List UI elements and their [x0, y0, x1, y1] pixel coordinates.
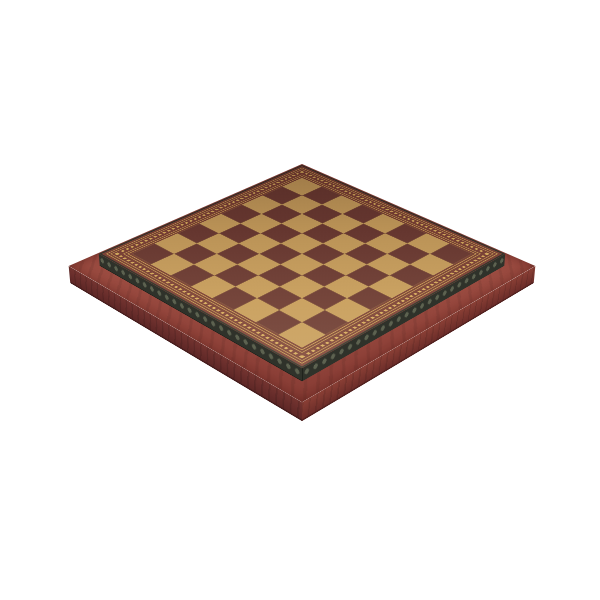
product-photo [0, 0, 600, 600]
square-h1 [279, 322, 326, 347]
square-g1 [256, 310, 302, 335]
square-f3 [280, 275, 324, 298]
square-d1 [191, 275, 235, 298]
square-h3 [325, 298, 371, 322]
square-h7 [410, 254, 453, 276]
square-g2 [279, 298, 325, 322]
square-g6 [367, 254, 410, 276]
board-surface [99, 165, 505, 368]
square-h6 [390, 264, 434, 286]
square-g5 [346, 264, 390, 286]
square-e1 [212, 287, 257, 310]
square-e2 [235, 275, 279, 298]
square-c1 [171, 264, 215, 286]
square-g4 [324, 275, 368, 298]
square-h5 [369, 275, 413, 298]
square-h4 [347, 287, 392, 310]
square-h2 [302, 310, 348, 335]
square-f4 [302, 264, 346, 286]
square-d2 [214, 264, 258, 286]
square-d3 [237, 254, 280, 276]
square-f2 [257, 287, 302, 310]
square-g3 [302, 287, 347, 310]
square-e3 [258, 264, 302, 286]
square-f1 [234, 298, 280, 322]
square-c2 [194, 254, 237, 276]
square-f5 [324, 254, 367, 276]
square-e4 [280, 254, 323, 276]
square-b1 [151, 254, 194, 276]
